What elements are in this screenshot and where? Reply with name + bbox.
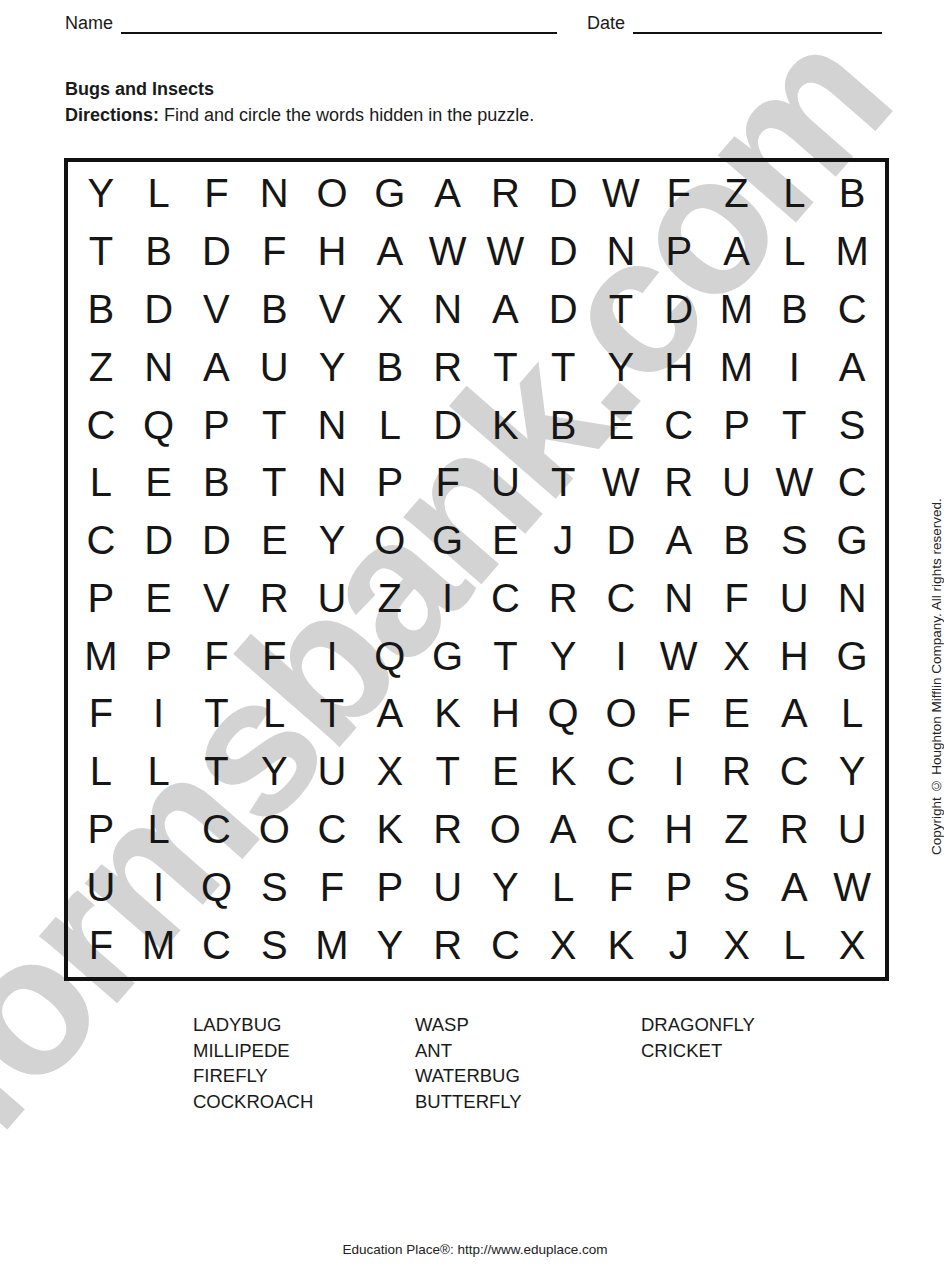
word-list-item: LADYBUG [193,1012,415,1038]
grid-cell: V [188,281,246,339]
grid-cell: L [72,454,130,512]
grid-cell: C [476,916,534,974]
grid-cell: C [592,569,650,627]
grid-cell: Y [476,858,534,916]
grid-cell: B [708,512,766,570]
directions: Directions: Find and circle the words hi… [65,102,885,128]
grid-cell: R [708,743,766,801]
grid-cell: Y [361,916,419,974]
grid-cell: C [72,396,130,454]
grid-cell: G [823,512,881,570]
grid-cell: N [303,396,361,454]
grid-cell: L [361,396,419,454]
grid-cell: D [419,396,477,454]
grid-cell: E [592,396,650,454]
grid-cell: W [419,223,477,281]
grid-cell: W [823,858,881,916]
grid-cell: F [245,223,303,281]
grid-cell: K [534,743,592,801]
grid-cell: G [361,165,419,223]
directions-label: Directions: [65,105,159,125]
grid-cell: B [72,281,130,339]
grid-cell: P [650,858,708,916]
grid-cell: M [72,627,130,685]
word-list-item: WASP [415,1012,641,1038]
grid-cell: W [476,223,534,281]
grid-cell: U [245,338,303,396]
grid-cell: X [823,916,881,974]
grid-cell: Z [72,338,130,396]
grid-cell: B [534,396,592,454]
grid-cell: L [534,858,592,916]
grid-cell: I [130,685,188,743]
grid-cell: M [708,281,766,339]
name-date-header: Name Date [65,12,882,34]
grid-cell: H [476,685,534,743]
grid-cell: N [303,454,361,512]
word-list-item: FIREFLY [193,1063,415,1089]
grid-cell: B [361,338,419,396]
word-list-column: LADYBUGMILLIPEDEFIREFLYCOCKROACH [193,1012,415,1114]
grid-cell: R [534,569,592,627]
grid-cell: L [130,743,188,801]
word-list-column: DRAGONFLYCRICKET [641,1012,755,1114]
grid-cell: L [72,743,130,801]
grid-cell: E [476,512,534,570]
grid-cell: O [361,512,419,570]
grid-cell: K [361,801,419,859]
grid-cell: F [72,685,130,743]
grid-cell: O [476,801,534,859]
grid-cell: I [303,627,361,685]
grid-cell: C [592,743,650,801]
grid-cell: Y [72,165,130,223]
word-list-item: MILLIPEDE [193,1038,415,1064]
grid-cell: K [592,916,650,974]
grid-cell: R [650,454,708,512]
grid-cell: Y [534,627,592,685]
grid-cell: R [245,569,303,627]
grid-cell: A [361,223,419,281]
grid-cell: I [650,743,708,801]
grid-cell: C [188,801,246,859]
grid-cell: O [245,801,303,859]
grid-cell: Y [303,512,361,570]
grid-cell: L [130,165,188,223]
grid-cell: T [188,685,246,743]
grid-cell: I [765,338,823,396]
grid-cell: A [708,223,766,281]
name-fill-line [121,12,557,34]
grid-cell: T [188,743,246,801]
grid-cell: B [823,165,881,223]
grid-cell: E [130,454,188,512]
grid-cell: C [592,801,650,859]
grid-cell: Y [303,338,361,396]
grid-cell: E [130,569,188,627]
grid-cell: D [188,223,246,281]
grid-cell: W [592,165,650,223]
grid-cell: D [130,281,188,339]
grid-cell: Q [130,396,188,454]
grid-cell: E [245,512,303,570]
word-list-column: WASPANTWATERBUGBUTTERFLY [415,1012,641,1114]
side-copyright-text: Copyright © Houghton Mifflin Company. Al… [929,405,944,855]
grid-cell: C [765,743,823,801]
grid-cell: G [823,627,881,685]
grid-cell: W [592,454,650,512]
grid-cell: Z [361,569,419,627]
grid-cell: C [188,916,246,974]
grid-cell: T [476,627,534,685]
grid-cell: Y [592,338,650,396]
grid-cell: A [765,858,823,916]
grid-cell: V [303,281,361,339]
word-list-item: WATERBUG [415,1063,641,1089]
grid-cell: F [708,569,766,627]
grid-cell: D [534,165,592,223]
grid-cell: P [72,569,130,627]
grid-cell: X [708,916,766,974]
grid-cell: Y [823,743,881,801]
grid-cell: U [476,454,534,512]
grid-cell: A [361,685,419,743]
word-list-item: COCKROACH [193,1089,415,1115]
grid-cell: X [361,743,419,801]
grid-cell: A [650,512,708,570]
grid-cell: H [650,801,708,859]
date-fill-line [633,12,882,34]
grid-cell: T [765,396,823,454]
grid-cell: D [188,512,246,570]
grid-cell: N [650,569,708,627]
word-list-item: ANT [415,1038,641,1064]
grid-cell: R [765,801,823,859]
date-label: Date [587,13,625,34]
grid-cell: T [303,685,361,743]
grid-cell: N [592,223,650,281]
grid-cell: D [592,512,650,570]
grid-cell: P [361,454,419,512]
grid-cell: T [534,454,592,512]
grid-cell: A [765,685,823,743]
grid-cell: H [303,223,361,281]
grid-cell: F [419,454,477,512]
grid-cell: T [592,281,650,339]
word-list-item: DRAGONFLY [641,1012,755,1038]
word-search-grid: YLFNOGARDWFZLBTBDFHAWWDNPALMBDVBVXNADTDM… [64,158,889,981]
grid-cell: A [534,801,592,859]
grid-cell: U [303,743,361,801]
grid-cell: U [708,454,766,512]
grid-cell: P [188,396,246,454]
grid-cell: Q [534,685,592,743]
grid-cell: T [419,743,477,801]
grid-cell: N [823,569,881,627]
grid-cell: G [419,512,477,570]
grid-cell: F [650,165,708,223]
grid-cell: R [476,165,534,223]
footer-text: Education Place®: http://www.eduplace.co… [0,1242,950,1257]
grid-cell: P [650,223,708,281]
grid-cell: U [765,569,823,627]
grid-cell: L [765,916,823,974]
grid-cell: I [592,627,650,685]
grid-cell: C [476,569,534,627]
grid-cell: T [245,396,303,454]
grid-cell: K [476,396,534,454]
grid-cell: X [361,281,419,339]
grid-cell: F [188,627,246,685]
grid-cell: D [534,281,592,339]
grid-cell: E [708,685,766,743]
grid-cell: L [130,801,188,859]
grid-cell: O [303,165,361,223]
grid-cell: L [823,685,881,743]
grid-cell: B [130,223,188,281]
word-list-item: BUTTERFLY [415,1089,641,1115]
grid-cell: Y [245,743,303,801]
grid-cell: M [303,916,361,974]
grid-cell: N [245,165,303,223]
grid-cell: R [419,338,477,396]
grid-cell: T [476,338,534,396]
grid-cell: W [650,627,708,685]
grid-cell: F [650,685,708,743]
grid-cell: H [765,627,823,685]
directions-text: Find and circle the words hidden in the … [159,105,534,125]
grid-cell: Q [188,858,246,916]
grid-cell: F [188,165,246,223]
grid-cell: D [534,223,592,281]
grid-cell: D [130,512,188,570]
grid-cell: F [303,858,361,916]
name-label: Name [65,13,113,34]
grid-cell: N [130,338,188,396]
grid-cell: J [650,916,708,974]
grid-cell: B [188,454,246,512]
grid-cell: X [708,627,766,685]
grid-cell: F [72,916,130,974]
grid-cell: O [592,685,650,743]
grid-cell: E [476,743,534,801]
grid-cell: Q [361,627,419,685]
grid-cell: T [534,338,592,396]
grid-cell: N [419,281,477,339]
grid-cell: R [419,916,477,974]
grid-cell: B [765,281,823,339]
title-block: Bugs and Insects Directions: Find and ci… [65,76,885,128]
grid-cell: P [361,858,419,916]
grid-cell: D [650,281,708,339]
grid-cell: M [130,916,188,974]
grid-cell: V [188,569,246,627]
grid-cell: P [130,627,188,685]
grid-cell: S [245,916,303,974]
grid-cell: M [823,223,881,281]
word-list-item: CRICKET [641,1038,755,1064]
grid-cell: Z [708,801,766,859]
grid-cell: A [419,165,477,223]
grid-cell: P [72,801,130,859]
grid-cell: C [650,396,708,454]
grid-cell: G [419,627,477,685]
grid-cell: U [419,858,477,916]
grid-cell: C [823,281,881,339]
grid-cell: F [592,858,650,916]
grid-cell: S [823,396,881,454]
grid-cell: H [650,338,708,396]
grid-cell: U [72,858,130,916]
grid-cell: X [534,916,592,974]
grid-cell: R [419,801,477,859]
grid-cell: C [72,512,130,570]
grid-cell: A [476,281,534,339]
grid-cell: K [419,685,477,743]
grid-cell: C [303,801,361,859]
grid-cell: C [823,454,881,512]
grid-cell: L [765,223,823,281]
grid-cell: W [765,454,823,512]
grid-cell: S [765,512,823,570]
grid-cell: T [245,454,303,512]
grid-cell: M [708,338,766,396]
grid-cell: T [72,223,130,281]
grid-cell: I [419,569,477,627]
grid-cell: J [534,512,592,570]
grid-cell: B [245,281,303,339]
worksheet-title: Bugs and Insects [65,76,885,102]
grid-cell: Z [708,165,766,223]
grid-cell: S [245,858,303,916]
grid-cell: U [303,569,361,627]
grid-cell: S [708,858,766,916]
grid-cell: A [823,338,881,396]
word-list: LADYBUGMILLIPEDEFIREFLYCOCKROACH WASPANT… [193,1012,755,1114]
grid-cell: P [708,396,766,454]
grid-cell: L [765,165,823,223]
grid-cell: F [245,627,303,685]
grid-cell: A [188,338,246,396]
grid-cell: U [823,801,881,859]
grid-cell: I [130,858,188,916]
grid-cell: L [245,685,303,743]
